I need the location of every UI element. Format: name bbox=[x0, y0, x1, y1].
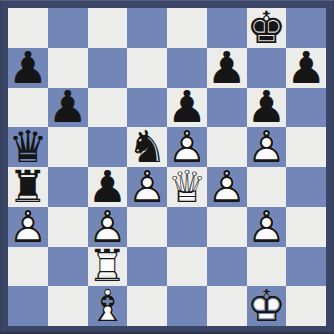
white-queen-piece[interactable]: ♛♕ bbox=[167, 167, 207, 207]
square-f4[interactable]: ♟♙ bbox=[207, 167, 247, 207]
square-b4[interactable] bbox=[48, 167, 88, 207]
white-pawn-outline-glyph: ♙ bbox=[247, 207, 287, 247]
square-d8[interactable] bbox=[127, 8, 167, 48]
black-king-glyph: ♚ bbox=[247, 8, 287, 48]
square-g1[interactable]: ♚♔ bbox=[247, 286, 287, 326]
white-pawn-piece[interactable]: ♟♙ bbox=[247, 127, 287, 167]
black-pawn-glyph: ♟ bbox=[286, 48, 326, 88]
square-d7[interactable] bbox=[127, 48, 167, 88]
square-h5[interactable] bbox=[286, 127, 326, 167]
white-pawn-piece[interactable]: ♟♙ bbox=[247, 207, 287, 247]
black-pawn-piece[interactable]: ♟ bbox=[207, 48, 247, 88]
square-b8[interactable] bbox=[48, 8, 88, 48]
square-h7[interactable]: ♟ bbox=[286, 48, 326, 88]
square-a1[interactable] bbox=[8, 286, 48, 326]
square-e1[interactable] bbox=[167, 286, 207, 326]
white-pawn-outline-glyph: ♙ bbox=[127, 167, 167, 207]
square-h4[interactable] bbox=[286, 167, 326, 207]
white-bishop-outline-glyph: ♗ bbox=[88, 286, 128, 326]
square-d3[interactable] bbox=[127, 207, 167, 247]
square-f3[interactable] bbox=[207, 207, 247, 247]
black-king-piece[interactable]: ♚ bbox=[247, 8, 287, 48]
white-pawn-outline-glyph: ♙ bbox=[207, 167, 247, 207]
square-f2[interactable] bbox=[207, 247, 247, 287]
square-e2[interactable] bbox=[167, 247, 207, 287]
chess-board: ♚♟♟♟♟♟♟♛♞♟♙♟♙♜♟♟♙♛♕♟♙♟♙♟♙♟♙♜♖♝♗♚♔ bbox=[8, 8, 326, 326]
square-e3[interactable] bbox=[167, 207, 207, 247]
board-frame: ♚♟♟♟♟♟♟♛♞♟♙♟♙♜♟♟♙♛♕♟♙♟♙♟♙♟♙♜♖♝♗♚♔ bbox=[0, 0, 334, 334]
white-queen-outline-glyph: ♕ bbox=[167, 167, 207, 207]
square-a3[interactable]: ♟♙ bbox=[8, 207, 48, 247]
square-f7[interactable]: ♟ bbox=[207, 48, 247, 88]
black-pawn-glyph: ♟ bbox=[207, 48, 247, 88]
black-pawn-glyph: ♟ bbox=[48, 88, 88, 128]
black-pawn-piece[interactable]: ♟ bbox=[48, 88, 88, 128]
white-bishop-piece[interactable]: ♝♗ bbox=[88, 286, 128, 326]
square-b5[interactable] bbox=[48, 127, 88, 167]
white-pawn-outline-glyph: ♙ bbox=[8, 207, 48, 247]
square-g3[interactable]: ♟♙ bbox=[247, 207, 287, 247]
white-pawn-outline-glyph: ♙ bbox=[247, 127, 287, 167]
square-c7[interactable] bbox=[88, 48, 128, 88]
white-king-piece[interactable]: ♚♔ bbox=[247, 286, 287, 326]
square-g8[interactable]: ♚ bbox=[247, 8, 287, 48]
square-f6[interactable] bbox=[207, 88, 247, 128]
square-b1[interactable] bbox=[48, 286, 88, 326]
square-h2[interactable] bbox=[286, 247, 326, 287]
square-c1[interactable]: ♝♗ bbox=[88, 286, 128, 326]
square-a2[interactable] bbox=[8, 247, 48, 287]
white-pawn-piece[interactable]: ♟♙ bbox=[207, 167, 247, 207]
square-h1[interactable] bbox=[286, 286, 326, 326]
square-h3[interactable] bbox=[286, 207, 326, 247]
square-d2[interactable] bbox=[127, 247, 167, 287]
square-c6[interactable] bbox=[88, 88, 128, 128]
black-pawn-piece[interactable]: ♟ bbox=[8, 48, 48, 88]
square-e4[interactable]: ♛♕ bbox=[167, 167, 207, 207]
square-b6[interactable]: ♟ bbox=[48, 88, 88, 128]
square-e8[interactable] bbox=[167, 8, 207, 48]
square-a7[interactable]: ♟ bbox=[8, 48, 48, 88]
white-pawn-piece[interactable]: ♟♙ bbox=[8, 207, 48, 247]
square-b3[interactable] bbox=[48, 207, 88, 247]
black-pawn-piece[interactable]: ♟ bbox=[286, 48, 326, 88]
square-c8[interactable] bbox=[88, 8, 128, 48]
white-king-outline-glyph: ♔ bbox=[247, 286, 287, 326]
square-g5[interactable]: ♟♙ bbox=[247, 127, 287, 167]
square-b2[interactable] bbox=[48, 247, 88, 287]
square-f1[interactable] bbox=[207, 286, 247, 326]
black-pawn-glyph: ♟ bbox=[8, 48, 48, 88]
square-d1[interactable] bbox=[127, 286, 167, 326]
white-pawn-piece[interactable]: ♟♙ bbox=[127, 167, 167, 207]
square-d4[interactable]: ♟♙ bbox=[127, 167, 167, 207]
square-h6[interactable] bbox=[286, 88, 326, 128]
